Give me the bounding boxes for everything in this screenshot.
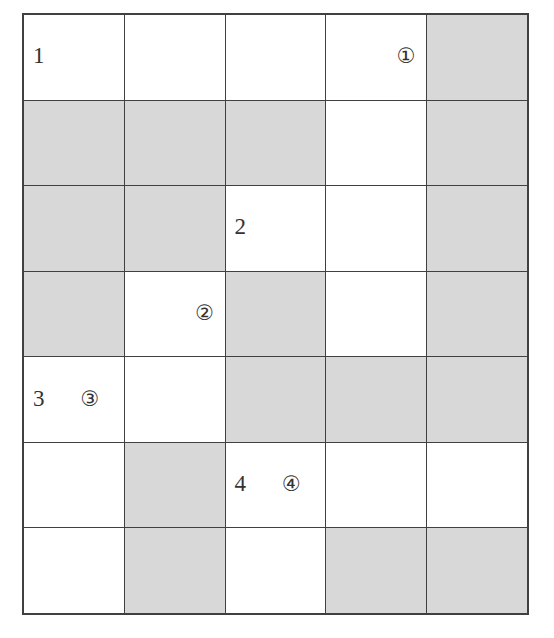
cell-r5c4-block bbox=[326, 357, 426, 442]
cell-r1c2[interactable] bbox=[125, 15, 225, 100]
cell-r4c1-block bbox=[24, 272, 124, 357]
cell-r6c5[interactable] bbox=[427, 443, 527, 528]
cell-r4c4[interactable] bbox=[326, 272, 426, 357]
clue-number-3: 3 bbox=[33, 387, 45, 410]
cell-r6c1[interactable] bbox=[24, 443, 124, 528]
cell-r6c3[interactable]: 4④ bbox=[226, 443, 326, 528]
cell-r3c3[interactable]: 2 bbox=[226, 186, 326, 271]
cell-r7c2-block bbox=[125, 528, 225, 613]
cell-r3c2-block bbox=[125, 186, 225, 271]
cell-r5c1[interactable]: 3③ bbox=[24, 357, 124, 442]
cell-r6c2-block bbox=[125, 443, 225, 528]
cell-r4c3-block bbox=[226, 272, 326, 357]
cell-r1c4[interactable]: ① bbox=[326, 15, 426, 100]
cell-r1c5-block bbox=[427, 15, 527, 100]
circled-mark-r5c1: ③ bbox=[80, 388, 99, 409]
circled-mark-r1c4: ① bbox=[397, 46, 416, 67]
cell-r2c1-block bbox=[24, 101, 124, 186]
cell-r2c3-block bbox=[226, 101, 326, 186]
cell-r4c2[interactable]: ② bbox=[125, 272, 225, 357]
cell-r1c3[interactable] bbox=[226, 15, 326, 100]
cell-r3c5-block bbox=[427, 186, 527, 271]
cell-r2c4[interactable] bbox=[326, 101, 426, 186]
cell-r4c5-block bbox=[427, 272, 527, 357]
circled-mark-r4c2: ② bbox=[195, 303, 214, 324]
cell-r5c3-block bbox=[226, 357, 326, 442]
cell-r3c1-block bbox=[24, 186, 124, 271]
cell-r2c5-block bbox=[427, 101, 527, 186]
circled-mark-r6c3: ④ bbox=[282, 474, 301, 495]
cell-r6c4[interactable] bbox=[326, 443, 426, 528]
cell-r1c1[interactable]: 1 bbox=[24, 15, 124, 100]
cell-r7c1[interactable] bbox=[24, 528, 124, 613]
clue-number-4: 4 bbox=[235, 472, 247, 495]
cell-r7c5-block bbox=[427, 528, 527, 613]
cell-r5c2[interactable] bbox=[125, 357, 225, 442]
clue-number-1: 1 bbox=[33, 45, 45, 68]
cell-r7c3[interactable] bbox=[226, 528, 326, 613]
cell-r7c4-block bbox=[326, 528, 426, 613]
clue-number-2: 2 bbox=[235, 216, 247, 239]
cell-r5c5-block bbox=[427, 357, 527, 442]
cell-r3c4[interactable] bbox=[326, 186, 426, 271]
cell-r2c2-block bbox=[125, 101, 225, 186]
crossword-board: 1①2②3③4④ bbox=[22, 13, 529, 615]
